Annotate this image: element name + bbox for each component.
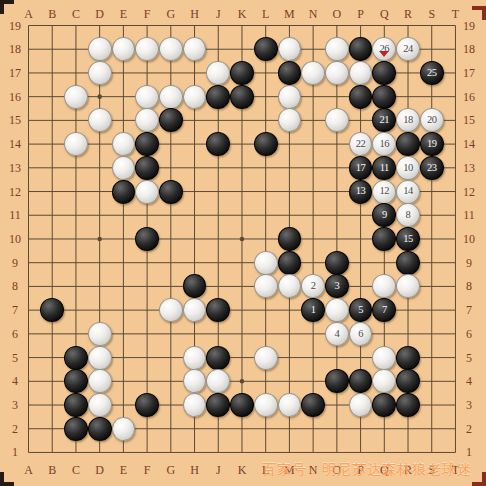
- row-label-left-7: 7: [5, 303, 25, 317]
- point-N7[interactable]: 1: [301, 298, 325, 322]
- white-stone-D6[interactable]: [88, 322, 112, 346]
- move-number: 8: [406, 210, 411, 221]
- point-P12[interactable]: 13: [349, 180, 373, 204]
- white-stone-G7[interactable]: [159, 298, 183, 322]
- white-stone-H4[interactable]: [183, 369, 207, 393]
- black-stone-P12[interactable]: 13: [349, 180, 373, 204]
- move-number: 4: [334, 329, 339, 340]
- white-stone-G16[interactable]: [159, 85, 183, 109]
- black-stone-N3[interactable]: [301, 393, 325, 417]
- row-label-right-15: 15: [459, 113, 479, 127]
- black-stone-P13[interactable]: 17: [349, 156, 373, 180]
- point-C14[interactable]: [64, 132, 88, 156]
- white-stone-P14[interactable]: 22: [349, 132, 373, 156]
- move-number: 10: [403, 163, 413, 174]
- white-stone-E13[interactable]: [112, 156, 136, 180]
- col-label-top-P: P: [351, 7, 371, 21]
- black-stone-P4[interactable]: [349, 369, 373, 393]
- white-stone-M8[interactable]: [278, 274, 302, 298]
- go-board[interactable]: 2624252118202216191711102313121498152315…: [17, 14, 468, 465]
- point-D4[interactable]: [88, 369, 112, 393]
- white-stone-E14[interactable]: [112, 132, 136, 156]
- col-label-top-L: L: [256, 7, 276, 21]
- white-stone-O18[interactable]: [325, 37, 349, 61]
- white-stone-H7[interactable]: [183, 298, 207, 322]
- row-label-right-13: 13: [459, 161, 479, 175]
- col-label-bottom-D: D: [90, 463, 110, 477]
- black-stone-P7[interactable]: 5: [349, 298, 373, 322]
- move-number: 21: [380, 115, 390, 126]
- white-stone-O7[interactable]: [325, 298, 349, 322]
- black-stone-C3[interactable]: [64, 393, 88, 417]
- white-stone-R15[interactable]: 18: [396, 108, 420, 132]
- point-Q11[interactable]: 9: [372, 203, 396, 227]
- black-stone-R5[interactable]: [396, 346, 420, 370]
- point-C5[interactable]: [64, 346, 88, 370]
- point-G12[interactable]: [159, 180, 183, 204]
- point-H3[interactable]: [183, 393, 207, 417]
- point-Q12[interactable]: 12: [372, 180, 396, 204]
- white-stone-F16[interactable]: [135, 85, 159, 109]
- point-C16[interactable]: [64, 85, 88, 109]
- point-O8[interactable]: 3: [325, 275, 349, 299]
- point-G18[interactable]: [159, 37, 183, 61]
- black-stone-S17[interactable]: 25: [420, 61, 444, 85]
- black-stone-N7[interactable]: 1: [301, 298, 325, 322]
- point-J14[interactable]: [206, 132, 230, 156]
- black-stone-R9[interactable]: [396, 251, 420, 275]
- point-R10[interactable]: 15: [396, 227, 420, 251]
- black-stone-K17[interactable]: [230, 61, 254, 85]
- point-S13[interactable]: 23: [420, 156, 444, 180]
- row-label-left-14: 14: [5, 137, 25, 151]
- black-stone-O9[interactable]: [325, 251, 349, 275]
- white-stone-G18[interactable]: [159, 37, 183, 61]
- point-Q14[interactable]: 16: [372, 132, 396, 156]
- point-J7[interactable]: [206, 298, 230, 322]
- point-J16[interactable]: [206, 85, 230, 109]
- row-label-right-2: 2: [459, 422, 479, 436]
- point-Q3[interactable]: [372, 393, 396, 417]
- point-R11[interactable]: 8: [396, 203, 420, 227]
- white-stone-F15[interactable]: [135, 108, 159, 132]
- black-stone-F10[interactable]: [135, 227, 159, 251]
- black-stone-B7[interactable]: [40, 298, 64, 322]
- point-P17[interactable]: [349, 61, 373, 85]
- point-Q16[interactable]: [372, 85, 396, 109]
- black-stone-P16[interactable]: [349, 85, 373, 109]
- point-R4[interactable]: [396, 369, 420, 393]
- col-label-bottom-A: A: [19, 463, 39, 477]
- white-stone-E18[interactable]: [112, 37, 136, 61]
- white-stone-O17[interactable]: [325, 61, 349, 85]
- black-stone-L14[interactable]: [254, 132, 278, 156]
- move-number: 11: [380, 163, 389, 174]
- point-P13[interactable]: 17: [349, 156, 373, 180]
- point-D6[interactable]: [88, 322, 112, 346]
- point-F18[interactable]: [135, 37, 159, 61]
- point-M17[interactable]: [278, 61, 302, 85]
- black-stone-O4[interactable]: [325, 369, 349, 393]
- white-stone-R12[interactable]: 14: [396, 180, 420, 204]
- move-number: 9: [382, 210, 387, 221]
- black-stone-F3[interactable]: [135, 393, 159, 417]
- black-stone-D2[interactable]: [88, 417, 112, 441]
- point-D2[interactable]: [88, 417, 112, 441]
- black-stone-M9[interactable]: [278, 251, 302, 275]
- row-label-left-1: 1: [5, 445, 25, 459]
- point-M8[interactable]: [278, 275, 302, 299]
- point-N8[interactable]: 2: [301, 275, 325, 299]
- point-B7[interactable]: [40, 298, 64, 322]
- point-H18[interactable]: [183, 37, 207, 61]
- point-G15[interactable]: [159, 109, 183, 133]
- white-stone-Q14[interactable]: 16: [372, 132, 396, 156]
- row-label-right-1: 1: [459, 445, 479, 459]
- point-D3[interactable]: [88, 393, 112, 417]
- black-stone-J7[interactable]: [206, 298, 230, 322]
- point-O6[interactable]: 4: [325, 322, 349, 346]
- point-E13[interactable]: [112, 156, 136, 180]
- white-stone-D15[interactable]: [88, 108, 112, 132]
- white-stone-N8[interactable]: 2: [301, 274, 325, 298]
- row-label-left-2: 2: [5, 422, 25, 436]
- black-stone-K16[interactable]: [230, 85, 254, 109]
- move-number: 15: [403, 234, 413, 245]
- col-label-top-N: N: [303, 7, 323, 21]
- black-stone-Q17[interactable]: [372, 61, 396, 85]
- black-stone-F14[interactable]: [135, 132, 159, 156]
- point-D18[interactable]: [88, 37, 112, 61]
- white-stone-S15[interactable]: 20: [420, 108, 444, 132]
- black-stone-J3[interactable]: [206, 393, 230, 417]
- move-number: 19: [427, 139, 437, 150]
- white-stone-Q4[interactable]: [372, 369, 396, 393]
- row-label-left-17: 17: [5, 66, 25, 80]
- black-stone-O8[interactable]: 3: [325, 274, 349, 298]
- point-R12[interactable]: 14: [396, 180, 420, 204]
- white-stone-O6[interactable]: 4: [325, 322, 349, 346]
- white-stone-H5[interactable]: [183, 346, 207, 370]
- point-H16[interactable]: [183, 85, 207, 109]
- point-P7[interactable]: 5: [349, 298, 373, 322]
- point-H4[interactable]: [183, 369, 207, 393]
- row-label-left-3: 3: [5, 398, 25, 412]
- point-F12[interactable]: [135, 180, 159, 204]
- row-label-right-8: 8: [459, 279, 479, 293]
- col-label-top-K: K: [232, 7, 252, 21]
- white-stone-D18[interactable]: [88, 37, 112, 61]
- white-stone-R11[interactable]: 8: [396, 203, 420, 227]
- row-label-right-9: 9: [459, 256, 479, 270]
- point-C2[interactable]: [64, 417, 88, 441]
- point-R14[interactable]: [396, 132, 420, 156]
- point-P4[interactable]: [349, 369, 373, 393]
- black-stone-H8[interactable]: [183, 274, 207, 298]
- point-O9[interactable]: [325, 251, 349, 275]
- white-stone-M15[interactable]: [278, 108, 302, 132]
- row-label-left-13: 13: [5, 161, 25, 175]
- point-P6[interactable]: 6: [349, 322, 373, 346]
- white-stone-D17[interactable]: [88, 61, 112, 85]
- row-label-right-16: 16: [459, 90, 479, 104]
- point-K16[interactable]: [230, 85, 254, 109]
- black-stone-S13[interactable]: 23: [420, 156, 444, 180]
- black-stone-C4[interactable]: [64, 369, 88, 393]
- point-K17[interactable]: [230, 61, 254, 85]
- point-M10[interactable]: [278, 227, 302, 251]
- point-L8[interactable]: [254, 275, 278, 299]
- move-number: 17: [356, 163, 366, 174]
- white-stone-C14[interactable]: [64, 132, 88, 156]
- move-number: 16: [380, 139, 390, 150]
- move-number: 26: [380, 44, 390, 55]
- col-label-bottom-K: K: [232, 463, 252, 477]
- black-stone-E12[interactable]: [112, 180, 136, 204]
- point-M15[interactable]: [278, 109, 302, 133]
- row-label-right-10: 10: [459, 232, 479, 246]
- black-stone-F13[interactable]: [135, 156, 159, 180]
- black-stone-J5[interactable]: [206, 346, 230, 370]
- black-stone-J14[interactable]: [206, 132, 230, 156]
- move-number: 20: [427, 115, 437, 126]
- white-stone-N17[interactable]: [301, 61, 325, 85]
- col-label-top-B: B: [42, 7, 62, 21]
- point-L18[interactable]: [254, 37, 278, 61]
- white-stone-R18[interactable]: 24: [396, 37, 420, 61]
- move-number: 22: [356, 139, 366, 150]
- move-number: 14: [403, 186, 413, 197]
- row-label-right-5: 5: [459, 351, 479, 365]
- point-J3[interactable]: [206, 393, 230, 417]
- point-P3[interactable]: [349, 393, 373, 417]
- corner-ornament-bottom-left: [0, 471, 15, 486]
- row-label-right-18: 18: [459, 42, 479, 56]
- white-stone-L3[interactable]: [254, 393, 278, 417]
- row-label-left-16: 16: [5, 90, 25, 104]
- white-stone-R8[interactable]: [396, 274, 420, 298]
- move-number: 13: [356, 186, 366, 197]
- point-H8[interactable]: [183, 275, 207, 299]
- white-stone-L8[interactable]: [254, 274, 278, 298]
- point-F10[interactable]: [135, 227, 159, 251]
- black-stone-M17[interactable]: [278, 61, 302, 85]
- point-O17[interactable]: [325, 61, 349, 85]
- point-M18[interactable]: [278, 37, 302, 61]
- point-D17[interactable]: [88, 61, 112, 85]
- point-D5[interactable]: [88, 346, 112, 370]
- white-stone-J17[interactable]: [206, 61, 230, 85]
- corner-ornament-top-right: [471, 6, 486, 21]
- point-G16[interactable]: [159, 85, 183, 109]
- point-J4[interactable]: [206, 369, 230, 393]
- row-label-right-7: 7: [459, 303, 479, 317]
- black-stone-Q10[interactable]: [372, 227, 396, 251]
- white-stone-D4[interactable]: [88, 369, 112, 393]
- black-stone-Q15[interactable]: 21: [372, 108, 396, 132]
- white-stone-R13[interactable]: 10: [396, 156, 420, 180]
- point-F3[interactable]: [135, 393, 159, 417]
- black-stone-R14[interactable]: [396, 132, 420, 156]
- point-L14[interactable]: [254, 132, 278, 156]
- white-stone-M3[interactable]: [278, 393, 302, 417]
- point-J17[interactable]: [206, 61, 230, 85]
- black-stone-M10[interactable]: [278, 227, 302, 251]
- black-stone-S14[interactable]: 19: [420, 132, 444, 156]
- col-label-bottom-G: G: [161, 463, 181, 477]
- point-O4[interactable]: [325, 369, 349, 393]
- go-board-app: 2624252118202216191711102313121498152315…: [0, 0, 486, 486]
- white-stone-M18[interactable]: [278, 37, 302, 61]
- point-E14[interactable]: [112, 132, 136, 156]
- point-E2[interactable]: [112, 417, 136, 441]
- point-R18[interactable]: 24: [396, 37, 420, 61]
- col-label-top-O: O: [327, 7, 347, 21]
- white-stone-D5[interactable]: [88, 346, 112, 370]
- point-P18[interactable]: [349, 37, 373, 61]
- black-stone-R4[interactable]: [396, 369, 420, 393]
- point-R13[interactable]: 10: [396, 156, 420, 180]
- white-stone-Q5[interactable]: [372, 346, 396, 370]
- point-J5[interactable]: [206, 346, 230, 370]
- col-label-top-Q: Q: [374, 7, 394, 21]
- row-label-right-11: 11: [459, 208, 479, 222]
- point-Q13[interactable]: 11: [372, 156, 396, 180]
- point-Q4[interactable]: [372, 369, 396, 393]
- point-P14[interactable]: 22: [349, 132, 373, 156]
- point-M9[interactable]: [278, 251, 302, 275]
- point-Q15[interactable]: 21: [372, 109, 396, 133]
- point-R9[interactable]: [396, 251, 420, 275]
- point-C3[interactable]: [64, 393, 88, 417]
- white-stone-E2[interactable]: [112, 417, 136, 441]
- row-label-left-9: 9: [5, 256, 25, 270]
- col-label-top-C: C: [66, 7, 86, 21]
- black-stone-Q3[interactable]: [372, 393, 396, 417]
- point-Q5[interactable]: [372, 346, 396, 370]
- white-stone-P6[interactable]: 6: [349, 322, 373, 346]
- move-number: 2: [311, 281, 316, 292]
- row-label-right-17: 17: [459, 66, 479, 80]
- point-P16[interactable]: [349, 85, 373, 109]
- point-O15[interactable]: [325, 109, 349, 133]
- row-label-right-3: 3: [459, 398, 479, 412]
- move-number: 24: [403, 44, 413, 55]
- white-stone-H18[interactable]: [183, 37, 207, 61]
- black-stone-Q13[interactable]: 11: [372, 156, 396, 180]
- point-F15[interactable]: [135, 109, 159, 133]
- point-F13[interactable]: [135, 156, 159, 180]
- point-O7[interactable]: [325, 298, 349, 322]
- white-stone-F12[interactable]: [135, 180, 159, 204]
- white-stone-P3[interactable]: [349, 393, 373, 417]
- point-Q10[interactable]: [372, 227, 396, 251]
- white-stone-L9[interactable]: [254, 251, 278, 275]
- white-stone-Q12[interactable]: 12: [372, 180, 396, 204]
- row-label-left-8: 8: [5, 279, 25, 293]
- white-stone-P17[interactable]: [349, 61, 373, 85]
- white-stone-Q8[interactable]: [372, 274, 396, 298]
- white-stone-Q18[interactable]: 26: [372, 37, 396, 61]
- point-L3[interactable]: [254, 393, 278, 417]
- point-R5[interactable]: [396, 346, 420, 370]
- move-number: 12: [380, 186, 390, 197]
- white-stone-H16[interactable]: [183, 85, 207, 109]
- point-E12[interactable]: [112, 180, 136, 204]
- point-H7[interactable]: [183, 298, 207, 322]
- white-stone-M16[interactable]: [278, 85, 302, 109]
- white-stone-F18[interactable]: [135, 37, 159, 61]
- row-label-left-6: 6: [5, 327, 25, 341]
- black-stone-Q7[interactable]: 7: [372, 298, 396, 322]
- black-stone-C2[interactable]: [64, 417, 88, 441]
- black-stone-K3[interactable]: [230, 393, 254, 417]
- white-stone-H3[interactable]: [183, 393, 207, 417]
- black-stone-Q16[interactable]: [372, 85, 396, 109]
- point-Q7[interactable]: 7: [372, 298, 396, 322]
- point-G7[interactable]: [159, 298, 183, 322]
- point-S15[interactable]: 20: [420, 109, 444, 133]
- black-stone-P18[interactable]: [349, 37, 373, 61]
- white-stone-C16[interactable]: [64, 85, 88, 109]
- row-label-left-5: 5: [5, 351, 25, 365]
- point-L5[interactable]: [254, 346, 278, 370]
- point-Q18[interactable]: 26: [372, 37, 396, 61]
- point-K3[interactable]: [230, 393, 254, 417]
- black-stone-C5[interactable]: [64, 346, 88, 370]
- point-S17[interactable]: 25: [420, 61, 444, 85]
- point-M3[interactable]: [278, 393, 302, 417]
- point-Q8[interactable]: [372, 275, 396, 299]
- col-label-bottom-J: J: [208, 463, 228, 477]
- white-stone-J4[interactable]: [206, 369, 230, 393]
- point-H5[interactable]: [183, 346, 207, 370]
- point-N17[interactable]: [301, 61, 325, 85]
- point-M16[interactable]: [278, 85, 302, 109]
- point-R8[interactable]: [396, 275, 420, 299]
- point-E18[interactable]: [112, 37, 136, 61]
- point-R15[interactable]: 18: [396, 109, 420, 133]
- col-label-top-F: F: [137, 7, 157, 21]
- white-stone-D3[interactable]: [88, 393, 112, 417]
- point-L9[interactable]: [254, 251, 278, 275]
- black-stone-R3[interactable]: [396, 393, 420, 417]
- col-label-bottom-E: E: [113, 463, 133, 477]
- white-stone-O15[interactable]: [325, 108, 349, 132]
- corner-ornament-top-left: [0, 0, 15, 15]
- row-label-right-4: 4: [459, 374, 479, 388]
- col-label-top-G: G: [161, 7, 181, 21]
- black-stone-J16[interactable]: [206, 85, 230, 109]
- black-stone-L18[interactable]: [254, 37, 278, 61]
- black-stone-G12[interactable]: [159, 180, 183, 204]
- point-O18[interactable]: [325, 37, 349, 61]
- point-D15[interactable]: [88, 109, 112, 133]
- point-S14[interactable]: 19: [420, 132, 444, 156]
- point-C4[interactable]: [64, 369, 88, 393]
- black-stone-Q11[interactable]: 9: [372, 203, 396, 227]
- black-stone-G15[interactable]: [159, 108, 183, 132]
- point-N3[interactable]: [301, 393, 325, 417]
- row-label-left-12: 12: [5, 185, 25, 199]
- white-stone-L5[interactable]: [254, 346, 278, 370]
- col-label-top-S: S: [422, 7, 442, 21]
- point-F14[interactable]: [135, 132, 159, 156]
- point-F16[interactable]: [135, 85, 159, 109]
- point-Q17[interactable]: [372, 61, 396, 85]
- point-R3[interactable]: [396, 393, 420, 417]
- black-stone-R10[interactable]: 15: [396, 227, 420, 251]
